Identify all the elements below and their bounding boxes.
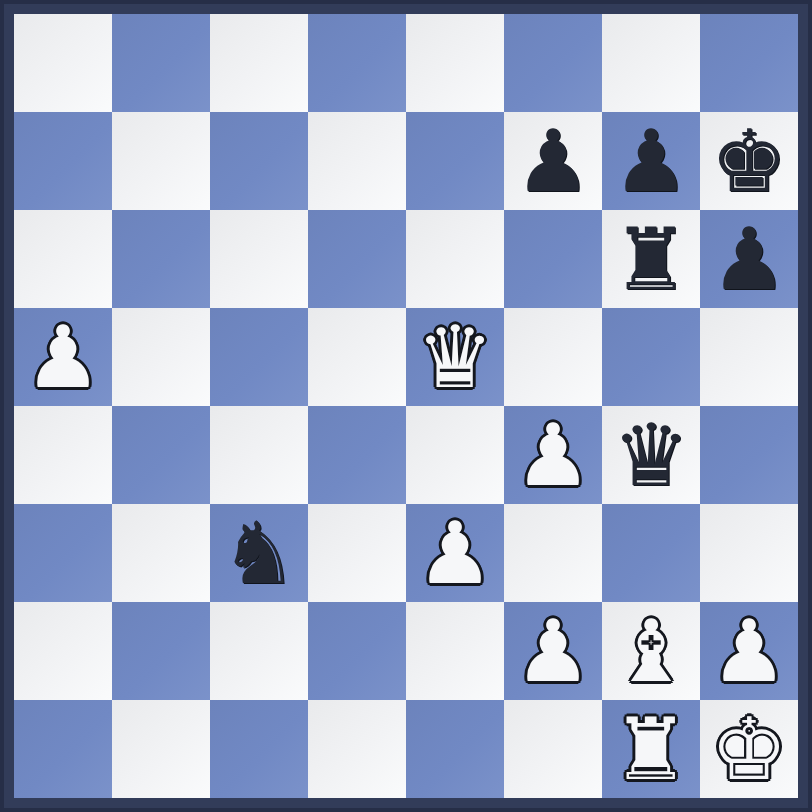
square-e5[interactable]: ♛	[406, 308, 504, 406]
square-e2[interactable]	[406, 602, 504, 700]
square-a3[interactable]	[14, 504, 112, 602]
square-g1[interactable]: ♜	[602, 700, 700, 798]
square-e3[interactable]: ♟	[406, 504, 504, 602]
chess-board: ♟♟♚♜♟♟♛♟♛♞♟♟♝♟♜♚	[14, 14, 798, 798]
black-pawn[interactable]: ♟	[612, 118, 689, 204]
square-d4[interactable]	[308, 406, 406, 504]
white-pawn[interactable]: ♟	[514, 412, 591, 498]
square-f5[interactable]	[504, 308, 602, 406]
white-pawn[interactable]: ♟	[514, 608, 591, 694]
square-b2[interactable]	[112, 602, 210, 700]
square-e7[interactable]	[406, 112, 504, 210]
square-b3[interactable]	[112, 504, 210, 602]
square-c3[interactable]: ♞	[210, 504, 308, 602]
square-h2[interactable]: ♟	[700, 602, 798, 700]
square-g3[interactable]	[602, 504, 700, 602]
square-e8[interactable]	[406, 14, 504, 112]
square-c8[interactable]	[210, 14, 308, 112]
white-pawn[interactable]: ♟	[416, 510, 493, 596]
square-b4[interactable]	[112, 406, 210, 504]
black-rook[interactable]: ♜	[612, 216, 689, 302]
square-g7[interactable]: ♟	[602, 112, 700, 210]
square-b8[interactable]	[112, 14, 210, 112]
square-d5[interactable]	[308, 308, 406, 406]
square-e6[interactable]	[406, 210, 504, 308]
square-h8[interactable]	[700, 14, 798, 112]
white-pawn[interactable]: ♟	[710, 608, 787, 694]
black-pawn[interactable]: ♟	[514, 118, 591, 204]
square-g4[interactable]: ♛	[602, 406, 700, 504]
square-g5[interactable]	[602, 308, 700, 406]
square-d3[interactable]	[308, 504, 406, 602]
white-pawn[interactable]: ♟	[24, 314, 101, 400]
square-e1[interactable]	[406, 700, 504, 798]
square-c1[interactable]	[210, 700, 308, 798]
board-frame: ♟♟♚♜♟♟♛♟♛♞♟♟♝♟♜♚	[0, 0, 812, 812]
square-b1[interactable]	[112, 700, 210, 798]
square-a8[interactable]	[14, 14, 112, 112]
square-c2[interactable]	[210, 602, 308, 700]
square-h4[interactable]	[700, 406, 798, 504]
square-b6[interactable]	[112, 210, 210, 308]
square-a6[interactable]	[14, 210, 112, 308]
square-d2[interactable]	[308, 602, 406, 700]
square-g2[interactable]: ♝	[602, 602, 700, 700]
square-a7[interactable]	[14, 112, 112, 210]
square-h6[interactable]: ♟	[700, 210, 798, 308]
square-f6[interactable]	[504, 210, 602, 308]
square-a5[interactable]: ♟	[14, 308, 112, 406]
square-a4[interactable]	[14, 406, 112, 504]
square-a2[interactable]	[14, 602, 112, 700]
white-king[interactable]: ♚	[710, 706, 787, 792]
square-c7[interactable]	[210, 112, 308, 210]
square-d7[interactable]	[308, 112, 406, 210]
square-b5[interactable]	[112, 308, 210, 406]
square-g6[interactable]: ♜	[602, 210, 700, 308]
square-h1[interactable]: ♚	[700, 700, 798, 798]
square-d8[interactable]	[308, 14, 406, 112]
square-f7[interactable]: ♟	[504, 112, 602, 210]
black-king[interactable]: ♚	[710, 118, 787, 204]
square-c6[interactable]	[210, 210, 308, 308]
square-f4[interactable]: ♟	[504, 406, 602, 504]
square-a1[interactable]	[14, 700, 112, 798]
square-e4[interactable]	[406, 406, 504, 504]
square-f2[interactable]: ♟	[504, 602, 602, 700]
square-d1[interactable]	[308, 700, 406, 798]
square-h7[interactable]: ♚	[700, 112, 798, 210]
square-h3[interactable]	[700, 504, 798, 602]
white-bishop[interactable]: ♝	[612, 608, 689, 694]
square-h5[interactable]	[700, 308, 798, 406]
square-d6[interactable]	[308, 210, 406, 308]
black-pawn[interactable]: ♟	[710, 216, 787, 302]
black-knight[interactable]: ♞	[220, 510, 297, 596]
square-c5[interactable]	[210, 308, 308, 406]
square-g8[interactable]	[602, 14, 700, 112]
square-f1[interactable]	[504, 700, 602, 798]
square-b7[interactable]	[112, 112, 210, 210]
black-queen[interactable]: ♛	[612, 412, 689, 498]
white-queen[interactable]: ♛	[416, 314, 493, 400]
square-c4[interactable]	[210, 406, 308, 504]
white-rook[interactable]: ♜	[612, 706, 689, 792]
square-f8[interactable]	[504, 14, 602, 112]
square-f3[interactable]	[504, 504, 602, 602]
